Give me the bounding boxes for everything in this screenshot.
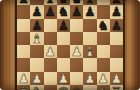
white-pawn[interactable]: ♟ <box>84 71 95 84</box>
white-rook[interactable]: ♜ <box>18 84 29 90</box>
chess-board[interactable]: ♜♝♛♚♝♜♟♟♞♟♟♟♟♟♞♟♝♟♟♝♟♟♟♟♟♟♜♞♛♚♞♜ <box>15 0 125 90</box>
square-d6[interactable]: ♟ <box>57 19 70 32</box>
black-pawn[interactable]: ♟ <box>111 18 122 31</box>
square-h4[interactable] <box>110 45 123 58</box>
square-a6[interactable] <box>17 19 30 32</box>
black-knight[interactable]: ♞ <box>58 5 69 18</box>
white-bishop[interactable]: ♝ <box>84 45 95 58</box>
white-pawn[interactable]: ♟ <box>97 71 108 84</box>
square-f1[interactable] <box>83 85 96 90</box>
chessboard-photo: ♜♝♛♚♝♜♟♟♞♟♟♟♟♟♞♟♝♟♟♝♟♟♟♟♟♟♜♞♛♚♞♜ <box>0 0 140 90</box>
square-e3[interactable] <box>70 58 83 71</box>
black-pawn[interactable]: ♟ <box>44 5 55 18</box>
square-f4[interactable]: ♝ <box>83 45 96 58</box>
square-c6[interactable] <box>44 19 57 32</box>
square-e6[interactable] <box>70 19 83 32</box>
square-c7[interactable]: ♟ <box>44 5 57 18</box>
white-queen[interactable]: ♛ <box>58 84 69 90</box>
square-c2[interactable] <box>44 72 57 85</box>
square-a4[interactable] <box>17 45 30 58</box>
square-b1[interactable]: ♞ <box>30 85 43 90</box>
black-pawn[interactable]: ♟ <box>31 5 42 18</box>
square-h5[interactable] <box>110 32 123 45</box>
black-pawn[interactable]: ♟ <box>84 5 95 18</box>
white-bishop[interactable]: ♝ <box>31 31 42 44</box>
square-h1[interactable]: ♜ <box>110 85 123 90</box>
square-g5[interactable] <box>97 32 110 45</box>
square-a1[interactable]: ♜ <box>17 85 30 90</box>
square-d4[interactable] <box>57 45 70 58</box>
square-f6[interactable] <box>83 19 96 32</box>
white-pawn[interactable]: ♟ <box>31 71 42 84</box>
white-pawn[interactable]: ♟ <box>58 71 69 84</box>
square-g6[interactable]: ♞ <box>97 19 110 32</box>
black-pawn[interactable]: ♟ <box>111 5 122 18</box>
white-knight[interactable]: ♞ <box>97 84 108 90</box>
square-e7[interactable]: ♟ <box>70 5 83 18</box>
white-pawn[interactable]: ♟ <box>71 45 82 58</box>
square-a5[interactable] <box>17 32 30 45</box>
square-e1[interactable]: ♚ <box>70 85 83 90</box>
square-c1[interactable] <box>44 85 57 90</box>
square-a7[interactable] <box>17 5 30 18</box>
square-c4[interactable]: ♟ <box>44 45 57 58</box>
square-g4[interactable] <box>97 45 110 58</box>
square-f2[interactable]: ♟ <box>83 72 96 85</box>
square-d1[interactable]: ♛ <box>57 85 70 90</box>
white-knight[interactable]: ♞ <box>31 84 42 90</box>
white-pawn[interactable]: ♟ <box>44 45 55 58</box>
black-pawn[interactable]: ♟ <box>71 5 82 18</box>
square-f7[interactable]: ♟ <box>83 5 96 18</box>
white-pawn[interactable]: ♟ <box>111 71 122 84</box>
square-b5[interactable]: ♝ <box>30 32 43 45</box>
white-pawn[interactable]: ♟ <box>18 71 29 84</box>
square-h6[interactable]: ♟ <box>110 19 123 32</box>
square-e4[interactable]: ♟ <box>70 45 83 58</box>
square-b4[interactable] <box>30 45 43 58</box>
black-pawn[interactable]: ♟ <box>31 18 42 31</box>
white-king[interactable]: ♚ <box>71 84 82 90</box>
black-knight[interactable]: ♞ <box>97 18 108 31</box>
black-pawn[interactable]: ♟ <box>58 18 69 31</box>
white-rook[interactable]: ♜ <box>111 84 122 90</box>
black-rook[interactable]: ♜ <box>18 0 29 5</box>
square-c3[interactable] <box>44 58 57 71</box>
square-g1[interactable]: ♞ <box>97 85 110 90</box>
square-d5[interactable] <box>57 32 70 45</box>
